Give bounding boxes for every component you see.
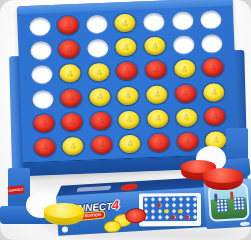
- board-grid: 4444444444444444444444444444444: [25, 7, 231, 160]
- board-cell-r2c5: 4: [140, 33, 170, 58]
- board-cell-r3c7: 4: [198, 55, 228, 80]
- red-disc: 4: [202, 59, 224, 78]
- board-cell-r5c7: 4: [200, 104, 230, 129]
- yellow-disc: 4: [62, 137, 84, 156]
- disc-emboss-4: 4: [68, 116, 75, 128]
- disc-emboss-4: 4: [209, 62, 216, 74]
- photo-player-figure: [214, 193, 217, 201]
- empty-hole: [87, 39, 109, 58]
- yellow-disc: 4: [146, 85, 168, 104]
- yellow-disc: 4: [88, 63, 110, 82]
- disc-emboss-4: 4: [65, 20, 72, 32]
- disc-emboss-4: 4: [211, 110, 218, 122]
- disc-emboss-4: 4: [41, 141, 48, 153]
- yellow-disc: 4: [174, 60, 196, 79]
- leg-logo-sticker: CONNECT 4: [8, 185, 25, 195]
- disc-emboss-4: 4: [122, 17, 129, 29]
- disc-emboss-4: 4: [184, 136, 191, 148]
- empty-hole: [143, 13, 165, 32]
- board-cell-r1c1: [25, 14, 55, 39]
- disc-emboss-4: 4: [181, 63, 188, 75]
- mini-dot-yellow: [178, 209, 182, 213]
- disc-emboss-4: 4: [69, 140, 76, 152]
- disc-emboss-4: 4: [68, 92, 75, 104]
- disc-emboss-4: 4: [153, 89, 160, 101]
- empty-hole: [200, 10, 222, 29]
- board-cell-r5c1: 4: [29, 111, 59, 136]
- empty-hole: [30, 41, 52, 60]
- disc-emboss-4: 4: [152, 64, 159, 76]
- board-cell-r5c3: 4: [86, 108, 116, 133]
- board-cell-r1c4: 4: [111, 10, 141, 35]
- red-disc: 4: [33, 114, 55, 133]
- red-disc: 4: [204, 107, 226, 126]
- disc-emboss-4: 4: [210, 86, 217, 98]
- box-art-mini-board: [139, 193, 201, 226]
- disc-emboss-4: 4: [155, 137, 162, 149]
- board-cell-r4c3: 4: [85, 84, 115, 109]
- disc-emboss-4: 4: [97, 115, 104, 127]
- box-art-yellow-disc-2: [104, 220, 122, 233]
- yellow-disc: 4: [89, 87, 111, 106]
- red-disc: 4: [61, 113, 83, 132]
- yellow-disc: 4: [203, 83, 225, 102]
- board-cell-r5c4: 4: [115, 107, 145, 132]
- brand-logo-icon: [240, 222, 250, 227]
- board-cell-r3c2: 4: [56, 61, 86, 86]
- disc-emboss-4: 4: [98, 139, 105, 151]
- box-logo-4: 4: [112, 197, 120, 212]
- board-cell-r3c3: 4: [84, 60, 114, 85]
- yellow-disc: 4: [118, 110, 140, 129]
- board-cell-r4c6: 4: [171, 81, 201, 106]
- mini-dot-red: [185, 215, 189, 219]
- photo-mini-board-left: [216, 199, 228, 213]
- disc-emboss-4: 4: [125, 90, 132, 102]
- empty-hole: [201, 34, 223, 53]
- board-cell-r5c2: 4: [57, 109, 87, 134]
- disc-emboss-4: 4: [96, 91, 103, 103]
- board-cell-r5c5: 4: [143, 106, 173, 131]
- disc-emboss-4: 4: [212, 135, 219, 147]
- red-disc: 4: [90, 111, 112, 130]
- red-disc: 4: [148, 133, 170, 152]
- board-cell-r6c1: 4: [30, 135, 60, 160]
- red-disc: 4: [117, 62, 139, 81]
- disc-emboss-4: 4: [154, 113, 161, 125]
- disc-emboss-4: 4: [126, 114, 133, 126]
- board-cell-r3c4: 4: [113, 59, 143, 84]
- mini-dot-red: [171, 215, 175, 219]
- red-disc: 4: [60, 88, 82, 107]
- board-cell-r6c3: 4: [87, 132, 117, 157]
- board-cell-r2c3: [83, 36, 113, 61]
- yellow-disc: 4: [147, 109, 169, 128]
- board-cell-r4c1: [28, 86, 58, 111]
- disc-emboss-4: 4: [95, 67, 102, 79]
- yellow-disc: 4: [119, 134, 141, 153]
- red-disc: 4: [57, 16, 79, 35]
- disc-top: [203, 168, 243, 183]
- board-cell-r1c5: [139, 9, 169, 34]
- disc-emboss-4: 4: [66, 44, 73, 56]
- board-cell-r2c1: [26, 38, 56, 63]
- board-cell-r2c4: 4: [112, 35, 142, 60]
- board-cell-r5c6: 4: [172, 105, 202, 130]
- board-cell-r2c6: [169, 32, 199, 57]
- box-top-red-disc-art: [119, 183, 139, 191]
- board-cell-r3c5: 4: [141, 58, 171, 83]
- loose-yellow-disc: [44, 203, 84, 229]
- empty-hole: [32, 90, 54, 109]
- board-cell-r1c7: [196, 7, 226, 32]
- red-disc: 4: [177, 132, 199, 151]
- disc-emboss-4: 4: [127, 138, 134, 150]
- mini-dot-yellow: [164, 209, 168, 213]
- yellow-disc: 4: [117, 86, 139, 105]
- board-cell-r6c2: 4: [58, 134, 88, 159]
- empty-hole: [86, 15, 108, 34]
- board-cell-r2c7: [197, 31, 227, 56]
- disc-emboss-4: 4: [124, 66, 131, 78]
- board-cell-r3c6: 4: [170, 56, 200, 81]
- red-disc: 4: [175, 84, 197, 103]
- board-cell-r4c2: 4: [56, 85, 86, 110]
- red-disc: 4: [34, 138, 56, 157]
- board-cell-r1c3: [82, 12, 112, 37]
- loose-red-disc-front: [203, 168, 243, 194]
- board-cell-r1c2: 4: [54, 13, 84, 38]
- board-cell-r4c5: 4: [142, 82, 172, 107]
- empty-hole: [31, 65, 53, 84]
- board-cell-r2c2: 4: [55, 37, 85, 62]
- board-cell-r6c5: 4: [144, 130, 174, 155]
- yellow-disc: 4: [116, 38, 138, 57]
- yellow-disc: 4: [59, 64, 81, 83]
- yellow-disc: 4: [115, 14, 137, 33]
- board-cell-r1c6: [168, 8, 198, 33]
- disc-emboss-4: 4: [183, 112, 190, 124]
- board-cell-r3c1: [27, 62, 57, 87]
- board-cell-r6c6: 4: [173, 129, 203, 154]
- disc-emboss-4: 4: [67, 68, 74, 80]
- red-disc: 4: [145, 61, 167, 80]
- photo-mini-board-right: [233, 197, 245, 211]
- empty-hole: [173, 36, 195, 55]
- disc-emboss-4: 4: [123, 41, 130, 53]
- disc-emboss-4: 4: [40, 117, 47, 129]
- yellow-disc: 4: [144, 37, 166, 56]
- empty-hole: [172, 11, 194, 30]
- red-disc: 4: [58, 40, 80, 59]
- disc-top: [44, 203, 84, 218]
- box-top-logo-glint: [76, 186, 112, 192]
- product-photo-connect-four: CONNECT 4 444444444444444444444444444444…: [0, 0, 251, 240]
- board-cell-r6c4: 4: [116, 131, 146, 156]
- board-cell-r4c4: 4: [114, 83, 144, 108]
- board-cell-r4c7: 4: [199, 79, 229, 104]
- empty-hole: [29, 17, 51, 36]
- disc-emboss-4: 4: [182, 87, 189, 99]
- yellow-disc: 4: [176, 108, 198, 127]
- disc-emboss-4: 4: [151, 40, 158, 52]
- red-disc: 4: [91, 136, 113, 155]
- mini-dot-red: [157, 203, 161, 207]
